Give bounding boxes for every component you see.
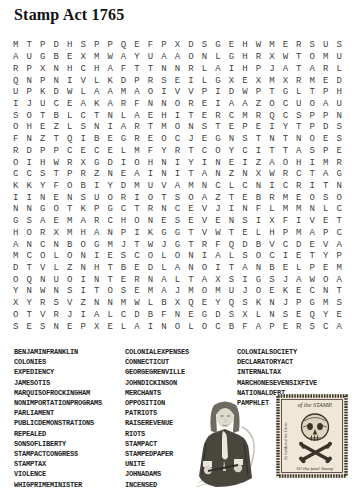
grid-cell-15-15[interactable]: V (198, 204, 211, 216)
grid-cell-24-23[interactable]: Q (306, 310, 319, 322)
grid-cell-15-24[interactable]: L (319, 204, 332, 216)
grid-cell-14-14[interactable]: O (184, 192, 197, 204)
grid-cell-3-3[interactable]: X (36, 63, 49, 75)
grid-cell-5-15[interactable]: P (198, 87, 211, 99)
grid-cell-14-20[interactable]: R (265, 192, 278, 204)
grid-cell-16-10[interactable]: O (130, 216, 143, 228)
grid-cell-15-17[interactable]: I (225, 204, 238, 216)
grid-cell-17-7[interactable]: A (90, 228, 103, 240)
grid-cell-6-25[interactable]: U (333, 99, 346, 111)
grid-cell-19-18[interactable]: S (238, 251, 251, 263)
grid-cell-16-12[interactable]: E (157, 216, 170, 228)
grid-cell-24-19[interactable]: L (252, 310, 265, 322)
grid-cell-25-20[interactable]: P (265, 321, 278, 333)
grid-cell-23-13[interactable]: X (171, 298, 184, 310)
grid-cell-1-2[interactable]: T (22, 40, 35, 52)
grid-cell-12-8[interactable]: N (103, 169, 116, 181)
grid-cell-3-23[interactable]: A (306, 63, 319, 75)
grid-cell-20-2[interactable]: T (22, 263, 35, 275)
grid-cell-8-23[interactable]: P (306, 122, 319, 134)
grid-cell-12-2[interactable]: C (22, 169, 35, 181)
grid-cell-22-10[interactable]: E (130, 286, 143, 298)
grid-cell-25-22[interactable]: R (292, 321, 305, 333)
grid-cell-20-4[interactable]: L (49, 263, 62, 275)
grid-cell-20-21[interactable]: E (279, 263, 292, 275)
grid-cell-9-23[interactable]: O (306, 134, 319, 146)
grid-cell-10-9[interactable]: L (117, 145, 130, 157)
grid-cell-14-23[interactable]: O (306, 192, 319, 204)
grid-cell-4-16[interactable]: G (211, 75, 224, 87)
grid-cell-13-18[interactable]: C (238, 181, 251, 193)
grid-cell-9-6[interactable]: I (76, 134, 89, 146)
grid-cell-18-16[interactable]: F (211, 239, 224, 251)
grid-cell-24-10[interactable]: D (130, 310, 143, 322)
grid-cell-3-24[interactable]: R (319, 63, 332, 75)
grid-cell-24-21[interactable]: S (279, 310, 292, 322)
grid-cell-21-2[interactable]: Q (22, 274, 35, 286)
grid-cell-15-13[interactable]: C (171, 204, 184, 216)
grid-cell-16-9[interactable]: H (117, 216, 130, 228)
grid-cell-4-12[interactable]: S (157, 75, 170, 87)
grid-cell-13-7[interactable]: I (90, 181, 103, 193)
grid-cell-1-4[interactable]: D (49, 40, 62, 52)
grid-cell-6-11[interactable]: N (144, 99, 157, 111)
grid-cell-7-1[interactable]: S (9, 110, 22, 122)
grid-cell-8-4[interactable]: Z (49, 122, 62, 134)
grid-cell-9-19[interactable]: T (252, 134, 265, 146)
grid-cell-1-21[interactable]: E (279, 40, 292, 52)
grid-cell-17-19[interactable]: L (252, 228, 265, 240)
grid-cell-15-5[interactable]: T (63, 204, 76, 216)
grid-cell-10-7[interactable]: C (90, 145, 103, 157)
grid-cell-3-2[interactable]: P (22, 63, 35, 75)
grid-cell-25-14[interactable]: L (184, 321, 197, 333)
grid-cell-16-17[interactable]: N (225, 216, 238, 228)
grid-cell-16-4[interactable]: E (49, 216, 62, 228)
grid-cell-23-8[interactable]: N (103, 298, 116, 310)
grid-cell-6-1[interactable]: I (9, 99, 22, 111)
grid-cell-1-9[interactable]: Q (117, 40, 130, 52)
grid-cell-13-12[interactable]: V (157, 181, 170, 193)
grid-cell-6-20[interactable]: O (265, 99, 278, 111)
grid-cell-25-11[interactable]: I (144, 321, 157, 333)
grid-cell-6-15[interactable]: E (198, 99, 211, 111)
grid-cell-2-1[interactable]: A (9, 52, 22, 64)
grid-cell-3-22[interactable]: T (292, 63, 305, 75)
grid-cell-20-16[interactable]: I (211, 263, 224, 275)
grid-cell-16-24[interactable]: E (319, 216, 332, 228)
grid-cell-21-17[interactable]: S (225, 274, 238, 286)
grid-cell-20-5[interactable]: Z (63, 263, 76, 275)
grid-cell-9-18[interactable]: S (238, 134, 251, 146)
grid-cell-2-8[interactable]: W (103, 52, 116, 64)
grid-cell-19-6[interactable]: N (76, 251, 89, 263)
grid-cell-11-11[interactable]: H (144, 157, 157, 169)
grid-cell-21-8[interactable]: T (103, 274, 116, 286)
grid-cell-15-11[interactable]: R (144, 204, 157, 216)
grid-cell-13-10[interactable]: M (130, 181, 143, 193)
grid-cell-19-22[interactable]: E (292, 251, 305, 263)
grid-cell-8-10[interactable]: R (130, 122, 143, 134)
grid-cell-19-5[interactable]: O (63, 251, 76, 263)
grid-cell-20-9[interactable]: B (117, 263, 130, 275)
grid-cell-24-13[interactable]: N (171, 310, 184, 322)
grid-cell-22-22[interactable]: E (292, 286, 305, 298)
grid-cell-3-9[interactable]: F (117, 63, 130, 75)
grid-cell-21-6[interactable]: I (76, 274, 89, 286)
grid-cell-12-16[interactable]: N (211, 169, 224, 181)
grid-cell-17-8[interactable]: N (103, 228, 116, 240)
grid-cell-6-21[interactable]: C (279, 99, 292, 111)
grid-cell-14-24[interactable]: S (319, 192, 332, 204)
grid-cell-7-20[interactable]: Q (265, 110, 278, 122)
grid-cell-17-21[interactable]: P (279, 228, 292, 240)
grid-cell-7-4[interactable]: B (49, 110, 62, 122)
grid-cell-11-7[interactable]: G (90, 157, 103, 169)
grid-cell-9-5[interactable]: Q (63, 134, 76, 146)
grid-cell-20-12[interactable]: L (157, 263, 170, 275)
grid-cell-15-8[interactable]: G (103, 204, 116, 216)
grid-cell-22-14[interactable]: M (184, 286, 197, 298)
grid-cell-6-23[interactable]: O (306, 99, 319, 111)
grid-cell-4-24[interactable]: E (319, 75, 332, 87)
grid-cell-12-7[interactable]: Z (90, 169, 103, 181)
grid-cell-19-16[interactable]: A (211, 251, 224, 263)
grid-cell-3-5[interactable]: H (63, 63, 76, 75)
grid-cell-17-2[interactable]: O (22, 228, 35, 240)
grid-cell-1-22[interactable]: R (292, 40, 305, 52)
grid-cell-7-12[interactable]: H (157, 110, 170, 122)
grid-cell-19-10[interactable]: C (130, 251, 143, 263)
grid-cell-17-4[interactable]: X (49, 228, 62, 240)
grid-cell-23-22[interactable]: P (292, 298, 305, 310)
grid-cell-18-4[interactable]: N (49, 239, 62, 251)
grid-cell-24-4[interactable]: R (49, 310, 62, 322)
grid-cell-1-20[interactable]: M (265, 40, 278, 52)
grid-cell-12-15[interactable]: A (198, 169, 211, 181)
grid-cell-21-24[interactable]: O (319, 274, 332, 286)
grid-cell-20-3[interactable]: V (36, 263, 49, 275)
grid-cell-10-5[interactable]: C (63, 145, 76, 157)
grid-cell-7-6[interactable]: C (76, 110, 89, 122)
grid-cell-14-6[interactable]: S (76, 192, 89, 204)
grid-cell-11-22[interactable]: H (292, 157, 305, 169)
grid-cell-5-8[interactable]: A (103, 87, 116, 99)
grid-cell-10-16[interactable]: O (211, 145, 224, 157)
grid-cell-18-24[interactable]: V (319, 239, 332, 251)
grid-cell-23-4[interactable]: S (49, 298, 62, 310)
grid-cell-5-13[interactable]: V (171, 87, 184, 99)
grid-cell-20-23[interactable]: P (306, 263, 319, 275)
grid-cell-11-5[interactable]: R (63, 157, 76, 169)
grid-cell-16-16[interactable]: E (211, 216, 224, 228)
grid-cell-14-4[interactable]: E (49, 192, 62, 204)
grid-cell-17-9[interactable]: P (117, 228, 130, 240)
grid-cell-6-18[interactable]: A (238, 99, 251, 111)
grid-cell-10-12[interactable]: Y (157, 145, 170, 157)
grid-cell-22-9[interactable]: S (117, 286, 130, 298)
grid-cell-7-2[interactable]: O (22, 110, 35, 122)
grid-cell-8-24[interactable]: D (319, 122, 332, 134)
grid-cell-24-1[interactable]: O (9, 310, 22, 322)
grid-cell-9-3[interactable]: Z (36, 134, 49, 146)
grid-cell-23-25[interactable]: S (333, 298, 346, 310)
grid-cell-22-19[interactable]: O (252, 286, 265, 298)
grid-cell-16-13[interactable]: S (171, 216, 184, 228)
grid-cell-19-11[interactable]: O (144, 251, 157, 263)
grid-cell-7-23[interactable]: P (306, 110, 319, 122)
grid-cell-22-13[interactable]: J (171, 286, 184, 298)
grid-cell-11-1[interactable]: O (9, 157, 22, 169)
grid-cell-2-17[interactable]: G (225, 52, 238, 64)
grid-cell-9-25[interactable]: S (333, 134, 346, 146)
grid-cell-2-21[interactable]: W (279, 52, 292, 64)
grid-cell-21-22[interactable]: A (292, 274, 305, 286)
grid-cell-17-13[interactable]: G (171, 228, 184, 240)
grid-cell-20-18[interactable]: A (238, 263, 251, 275)
grid-cell-16-15[interactable]: V (198, 216, 211, 228)
grid-cell-10-14[interactable]: T (184, 145, 197, 157)
grid-cell-6-24[interactable]: A (319, 99, 332, 111)
grid-cell-18-14[interactable]: T (184, 239, 197, 251)
grid-cell-16-5[interactable]: M (63, 216, 76, 228)
grid-cell-5-19[interactable]: P (252, 87, 265, 99)
grid-cell-8-12[interactable]: M (157, 122, 170, 134)
grid-cell-16-25[interactable]: T (333, 216, 346, 228)
grid-cell-23-6[interactable]: Z (76, 298, 89, 310)
grid-cell-14-11[interactable]: O (144, 192, 157, 204)
grid-cell-25-1[interactable]: S (9, 321, 22, 333)
grid-cell-16-20[interactable]: X (265, 216, 278, 228)
grid-cell-13-3[interactable]: Y (36, 181, 49, 193)
grid-cell-19-1[interactable]: M (9, 251, 22, 263)
grid-cell-20-14[interactable]: N (184, 263, 197, 275)
grid-cell-11-18[interactable]: I (238, 157, 251, 169)
grid-cell-23-12[interactable]: B (157, 298, 170, 310)
grid-cell-9-16[interactable]: G (211, 134, 224, 146)
grid-cell-10-19[interactable]: I (252, 145, 265, 157)
grid-cell-1-8[interactable]: P (103, 40, 116, 52)
grid-cell-23-19[interactable]: K (252, 298, 265, 310)
grid-cell-15-20[interactable]: L (265, 204, 278, 216)
grid-cell-8-17[interactable]: E (225, 122, 238, 134)
grid-cell-2-11[interactable]: U (144, 52, 157, 64)
grid-cell-5-12[interactable]: I (157, 87, 170, 99)
grid-cell-4-5[interactable]: I (63, 75, 76, 87)
grid-cell-12-22[interactable]: C (292, 169, 305, 181)
grid-cell-7-10[interactable]: A (130, 110, 143, 122)
grid-cell-18-9[interactable]: J (117, 239, 130, 251)
grid-cell-8-3[interactable]: E (36, 122, 49, 134)
grid-cell-25-18[interactable]: F (238, 321, 251, 333)
grid-cell-25-4[interactable]: N (49, 321, 62, 333)
grid-cell-3-17[interactable]: I (225, 63, 238, 75)
grid-cell-15-25[interactable]: C (333, 204, 346, 216)
grid-cell-13-8[interactable]: Y (103, 181, 116, 193)
grid-cell-4-15[interactable]: L (198, 75, 211, 87)
grid-cell-14-19[interactable]: B (252, 192, 265, 204)
grid-cell-1-18[interactable]: H (238, 40, 251, 52)
grid-cell-15-1[interactable]: N (9, 204, 22, 216)
grid-cell-11-8[interactable]: D (103, 157, 116, 169)
grid-cell-15-9[interactable]: C (117, 204, 130, 216)
grid-cell-18-21[interactable]: C (279, 239, 292, 251)
grid-cell-8-18[interactable]: P (238, 122, 251, 134)
grid-cell-2-6[interactable]: X (76, 52, 89, 64)
grid-cell-10-11[interactable]: F (144, 145, 157, 157)
grid-cell-3-6[interactable]: C (76, 63, 89, 75)
grid-cell-19-7[interactable]: I (90, 251, 103, 263)
grid-cell-2-22[interactable]: T (292, 52, 305, 64)
grid-cell-10-8[interactable]: E (103, 145, 116, 157)
grid-cell-13-5[interactable]: O (63, 181, 76, 193)
grid-cell-8-13[interactable]: O (171, 122, 184, 134)
grid-cell-19-3[interactable]: O (36, 251, 49, 263)
grid-cell-18-10[interactable]: T (130, 239, 143, 251)
grid-cell-6-7[interactable]: K (90, 99, 103, 111)
grid-cell-14-16[interactable]: Z (211, 192, 224, 204)
grid-cell-5-23[interactable]: T (306, 87, 319, 99)
grid-cell-12-20[interactable]: W (265, 169, 278, 181)
grid-cell-8-25[interactable]: S (333, 122, 346, 134)
grid-cell-12-19[interactable]: X (252, 169, 265, 181)
grid-cell-19-4[interactable]: L (49, 251, 62, 263)
grid-cell-7-13[interactable]: I (171, 110, 184, 122)
grid-cell-14-12[interactable]: T (157, 192, 170, 204)
grid-cell-23-24[interactable]: M (319, 298, 332, 310)
grid-cell-18-25[interactable]: A (333, 239, 346, 251)
grid-cell-7-17[interactable]: C (225, 110, 238, 122)
grid-cell-12-17[interactable]: Z (225, 169, 238, 181)
grid-cell-12-21[interactable]: R (279, 169, 292, 181)
grid-cell-19-12[interactable]: L (157, 251, 170, 263)
grid-cell-22-5[interactable]: S (63, 286, 76, 298)
grid-cell-22-12[interactable]: A (157, 286, 170, 298)
grid-cell-5-25[interactable]: H (333, 87, 346, 99)
grid-cell-13-23[interactable]: I (306, 181, 319, 193)
grid-cell-13-4[interactable]: F (49, 181, 62, 193)
grid-cell-8-21[interactable]: Y (279, 122, 292, 134)
grid-cell-1-12[interactable]: P (157, 40, 170, 52)
grid-cell-21-18[interactable]: I (238, 274, 251, 286)
grid-cell-18-20[interactable]: V (265, 239, 278, 251)
grid-cell-8-11[interactable]: T (144, 122, 157, 134)
grid-cell-15-12[interactable]: N (157, 204, 170, 216)
grid-cell-12-25[interactable]: G (333, 169, 346, 181)
grid-cell-3-16[interactable]: A (211, 63, 224, 75)
grid-cell-14-3[interactable]: N (36, 192, 49, 204)
grid-cell-14-5[interactable]: N (63, 192, 76, 204)
grid-cell-25-10[interactable]: A (130, 321, 143, 333)
grid-cell-13-2[interactable]: K (22, 181, 35, 193)
grid-cell-4-4[interactable]: N (49, 75, 62, 87)
grid-cell-22-15[interactable]: O (198, 286, 211, 298)
grid-cell-3-8[interactable]: A (103, 63, 116, 75)
grid-cell-13-6[interactable]: B (76, 181, 89, 193)
grid-cell-13-11[interactable]: U (144, 181, 157, 193)
grid-cell-7-22[interactable]: S (292, 110, 305, 122)
grid-cell-14-1[interactable]: I (9, 192, 22, 204)
grid-cell-17-6[interactable]: H (76, 228, 89, 240)
grid-cell-2-14[interactable]: O (184, 52, 197, 64)
grid-cell-11-15[interactable]: I (198, 157, 211, 169)
grid-cell-15-10[interactable]: T (130, 204, 143, 216)
grid-cell-5-2[interactable]: P (22, 87, 35, 99)
grid-cell-10-21[interactable]: T (279, 145, 292, 157)
grid-cell-5-7[interactable]: A (90, 87, 103, 99)
grid-cell-23-5[interactable]: V (63, 298, 76, 310)
grid-cell-12-11[interactable]: I (144, 169, 157, 181)
grid-cell-9-8[interactable]: E (103, 134, 116, 146)
grid-cell-21-12[interactable]: A (157, 274, 170, 286)
grid-cell-4-19[interactable]: X (252, 75, 265, 87)
grid-cell-7-11[interactable]: E (144, 110, 157, 122)
grid-cell-6-2[interactable]: J (22, 99, 35, 111)
grid-cell-23-2[interactable]: Y (22, 298, 35, 310)
grid-cell-10-2[interactable]: D (22, 145, 35, 157)
grid-cell-21-9[interactable]: E (117, 274, 130, 286)
grid-cell-18-17[interactable]: Q (225, 239, 238, 251)
grid-cell-11-20[interactable]: A (265, 157, 278, 169)
grid-cell-11-25[interactable]: R (333, 157, 346, 169)
grid-cell-13-24[interactable]: T (319, 181, 332, 193)
grid-cell-10-24[interactable]: P (319, 145, 332, 157)
grid-cell-7-15[interactable]: E (198, 110, 211, 122)
grid-cell-21-15[interactable]: A (198, 274, 211, 286)
grid-cell-8-6[interactable]: S (76, 122, 89, 134)
grid-cell-14-18[interactable]: E (238, 192, 251, 204)
grid-cell-25-9[interactable]: L (117, 321, 130, 333)
grid-cell-3-14[interactable]: R (184, 63, 197, 75)
grid-cell-18-8[interactable]: M (103, 239, 116, 251)
grid-cell-24-11[interactable]: B (144, 310, 157, 322)
grid-cell-19-17[interactable]: L (225, 251, 238, 263)
grid-cell-14-2[interactable]: I (22, 192, 35, 204)
grid-cell-18-13[interactable]: G (171, 239, 184, 251)
grid-cell-11-12[interactable]: N (157, 157, 170, 169)
grid-cell-7-3[interactable]: T (36, 110, 49, 122)
grid-cell-22-4[interactable]: N (49, 286, 62, 298)
grid-cell-4-13[interactable]: E (171, 75, 184, 87)
grid-cell-20-24[interactable]: E (319, 263, 332, 275)
grid-cell-15-4[interactable]: O (49, 204, 62, 216)
grid-cell-11-10[interactable]: O (130, 157, 143, 169)
grid-cell-15-2[interactable]: N (22, 204, 35, 216)
grid-cell-9-15[interactable]: E (198, 134, 211, 146)
grid-cell-8-19[interactable]: E (252, 122, 265, 134)
grid-cell-24-14[interactable]: E (184, 310, 197, 322)
grid-cell-12-13[interactable]: I (171, 169, 184, 181)
grid-cell-16-14[interactable]: E (184, 216, 197, 228)
grid-cell-20-1[interactable]: D (9, 263, 22, 275)
grid-cell-24-2[interactable]: T (22, 310, 35, 322)
grid-cell-6-10[interactable]: F (130, 99, 143, 111)
grid-cell-2-19[interactable]: R (252, 52, 265, 64)
grid-cell-19-24[interactable]: Y (319, 251, 332, 263)
grid-cell-23-23[interactable]: G (306, 298, 319, 310)
grid-cell-3-11[interactable]: T (144, 63, 157, 75)
grid-cell-2-13[interactable]: A (171, 52, 184, 64)
grid-cell-10-22[interactable]: A (292, 145, 305, 157)
grid-cell-25-25[interactable]: A (333, 321, 346, 333)
grid-cell-23-3[interactable]: R (36, 298, 49, 310)
grid-cell-4-22[interactable]: R (292, 75, 305, 87)
grid-cell-1-19[interactable]: W (252, 40, 265, 52)
grid-cell-9-1[interactable]: F (9, 134, 22, 146)
grid-cell-15-18[interactable]: N (238, 204, 251, 216)
grid-cell-13-16[interactable]: C (211, 181, 224, 193)
grid-cell-24-12[interactable]: F (157, 310, 170, 322)
